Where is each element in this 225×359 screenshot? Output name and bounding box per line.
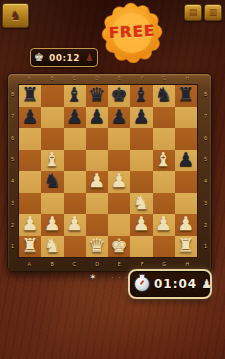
coord-label: H <box>180 77 194 82</box>
coord-label: 4 <box>10 175 16 188</box>
square-f5[interactable] <box>130 150 152 172</box>
coord-label: 1 <box>203 240 209 253</box>
square-e3[interactable] <box>108 193 130 215</box>
piece-white-pawn: ♟ <box>133 214 150 233</box>
square-d8[interactable]: ♛ <box>86 85 108 107</box>
square-f6[interactable] <box>130 128 152 150</box>
knight-logo-icon: ♞ <box>10 9 22 22</box>
square-c1[interactable] <box>64 236 86 258</box>
square-a5[interactable] <box>19 150 41 172</box>
square-d5[interactable] <box>86 150 108 172</box>
square-a3[interactable] <box>19 193 41 215</box>
coord-label: 3 <box>10 197 16 210</box>
app-background: ♞ ▤ ▥ FRE <box>0 0 225 359</box>
coord-label: H <box>180 263 194 268</box>
piece-white-pawn: ♟ <box>44 214 61 233</box>
square-e4[interactable]: ♟ <box>108 171 130 193</box>
square-e8[interactable]: ♚ <box>108 85 130 107</box>
piece-black-pawn: ♟ <box>66 107 83 126</box>
square-h4[interactable] <box>175 171 197 193</box>
square-g7[interactable] <box>153 107 175 129</box>
piece-white-knight: ♞ <box>133 193 150 212</box>
square-a8[interactable]: ♜ <box>19 85 41 107</box>
coord-label: 8 <box>10 88 16 101</box>
coord-label: 4 <box>203 175 209 188</box>
square-g1[interactable] <box>153 236 175 258</box>
square-e6[interactable] <box>108 128 130 150</box>
coord-label: E <box>112 263 126 268</box>
square-a1[interactable]: ♜ <box>19 236 41 258</box>
coord-label: B <box>45 77 59 82</box>
square-d6[interactable] <box>86 128 108 150</box>
player-time-label: 01:04 <box>154 277 197 291</box>
square-d4[interactable]: ♟ <box>86 171 108 193</box>
coord-label: 3 <box>203 197 209 210</box>
piece-black-pawn: ♟ <box>22 107 39 126</box>
coord-label: 8 <box>203 88 209 101</box>
piece-white-knight: ♞ <box>44 236 61 255</box>
coord-label: D <box>90 263 104 268</box>
square-f2[interactable]: ♟ <box>130 214 152 236</box>
square-b8[interactable] <box>41 85 63 107</box>
square-a4[interactable] <box>19 171 41 193</box>
coord-label: C <box>67 263 81 268</box>
square-g3[interactable] <box>153 193 175 215</box>
grid-icon: ▤ <box>189 8 198 17</box>
coord-label: G <box>157 263 171 268</box>
square-c3[interactable] <box>64 193 86 215</box>
square-c2[interactable]: ♟ <box>64 214 86 236</box>
player-timer: 01:04 ♟ <box>128 269 212 299</box>
square-e5[interactable] <box>108 150 130 172</box>
stats-button[interactable]: ▤ <box>184 4 202 21</box>
coord-label: B <box>45 263 59 268</box>
square-g4[interactable] <box>153 171 175 193</box>
coord-label: 2 <box>10 219 16 232</box>
square-b4[interactable]: ♞ <box>41 171 63 193</box>
white-pawn-icon: ♟ <box>201 278 212 290</box>
piece-white-rook: ♜ <box>177 236 194 255</box>
square-h1[interactable]: ♜ <box>175 236 197 258</box>
square-c4[interactable] <box>64 171 86 193</box>
square-h2[interactable]: ♟ <box>175 214 197 236</box>
coord-label: D <box>90 77 104 82</box>
coord-label: F <box>135 263 149 268</box>
piece-white-pawn: ♟ <box>22 214 39 233</box>
coord-label: 5 <box>10 153 16 166</box>
piece-black-king: ♚ <box>111 85 128 104</box>
rank-labels-right: 87654321 <box>201 84 210 258</box>
black-pawn-icon: ♟ <box>85 53 94 63</box>
file-labels-top: ABCDEFGH <box>18 75 198 83</box>
square-f3[interactable]: ♞ <box>130 193 152 215</box>
coord-label: F <box>135 77 149 82</box>
coord-label: A <box>22 77 36 82</box>
coord-label: 7 <box>203 110 209 123</box>
square-d1[interactable]: ♛ <box>86 236 108 258</box>
opponent-timer: ♚ 00:12 ♟ <box>30 48 98 67</box>
piece-white-king: ♚ <box>111 236 128 255</box>
square-d7[interactable]: ♟ <box>86 107 108 129</box>
piece-white-pawn: ♟ <box>177 214 194 233</box>
square-h6[interactable] <box>175 128 197 150</box>
coord-label: 2 <box>203 219 209 232</box>
coord-label: 6 <box>203 132 209 145</box>
coord-label: A <box>22 263 36 268</box>
square-c5[interactable] <box>64 150 86 172</box>
square-b1[interactable]: ♞ <box>41 236 63 258</box>
piece-black-knight: ♞ <box>155 85 172 104</box>
rank-labels-left: 87654321 <box>8 84 17 258</box>
square-b7[interactable] <box>41 107 63 129</box>
piece-black-bishop: ♝ <box>133 85 150 104</box>
piece-white-pawn: ♟ <box>155 214 172 233</box>
square-c7[interactable]: ♟ <box>64 107 86 129</box>
square-d3[interactable] <box>86 193 108 215</box>
square-c6[interactable] <box>64 128 86 150</box>
piece-black-rook: ♜ <box>22 85 39 104</box>
chess-board: ABCDEFGH 87654321 87654321 ♜♝♛♚♝♞♜♟♟♟♟♟♝… <box>7 73 212 272</box>
settings-button[interactable]: ▥ <box>204 4 222 21</box>
square-h8[interactable]: ♜ <box>175 85 197 107</box>
file-labels-bottom: ABCDEFGH <box>18 261 198 269</box>
square-f7[interactable]: ♟ <box>130 107 152 129</box>
piece-black-pawn: ♟ <box>88 107 105 126</box>
piece-black-pawn: ♟ <box>133 107 150 126</box>
sparkle-icon: ✶ <box>89 272 97 282</box>
coord-label: 1 <box>10 240 16 253</box>
square-c8[interactable]: ♝ <box>64 85 86 107</box>
coord-label: G <box>157 77 171 82</box>
piece-white-pawn: ♟ <box>111 171 128 190</box>
square-b2[interactable]: ♟ <box>41 214 63 236</box>
square-g2[interactable]: ♟ <box>153 214 175 236</box>
stopwatch-icon <box>134 276 150 292</box>
square-b3[interactable] <box>41 193 63 215</box>
square-e7[interactable]: ♟ <box>108 107 130 129</box>
square-h7[interactable] <box>175 107 197 129</box>
piece-white-bishop: ♝ <box>155 150 172 169</box>
piece-black-queen: ♛ <box>88 85 105 104</box>
square-d2[interactable] <box>86 214 108 236</box>
board-grid: ♜♝♛♚♝♞♜♟♟♟♟♟♝♝♟♞♟♟♞♟♟♟♟♟♟♜♞♛♚♜ <box>18 84 198 258</box>
coord-label: E <box>112 77 126 82</box>
piece-white-rook: ♜ <box>22 236 39 255</box>
piece-white-bishop: ♝ <box>44 150 61 169</box>
square-g6[interactable] <box>153 128 175 150</box>
square-b5[interactable]: ♝ <box>41 150 63 172</box>
white-king-icon: ♚ <box>34 52 44 63</box>
coord-label: C <box>67 77 81 82</box>
square-b6[interactable] <box>41 128 63 150</box>
coord-label: 6 <box>10 132 16 145</box>
square-h5[interactable]: ♟ <box>175 150 197 172</box>
square-g5[interactable]: ♝ <box>153 150 175 172</box>
piece-black-pawn: ♟ <box>177 150 194 169</box>
piece-white-queen: ♛ <box>88 236 105 255</box>
square-f1[interactable] <box>130 236 152 258</box>
piece-white-pawn: ♟ <box>88 171 105 190</box>
opponent-time-label: 00:12 <box>47 53 82 63</box>
piece-black-pawn: ♟ <box>111 107 128 126</box>
square-a2[interactable]: ♟ <box>19 214 41 236</box>
square-f4[interactable] <box>130 171 152 193</box>
piece-white-pawn: ♟ <box>66 214 83 233</box>
square-g8[interactable]: ♞ <box>153 85 175 107</box>
piece-black-bishop: ♝ <box>66 85 83 104</box>
square-e1[interactable]: ♚ <box>108 236 130 258</box>
free-badge[interactable]: FREE <box>92 0 171 65</box>
lines-icon: ▥ <box>209 8 218 17</box>
home-button[interactable]: ♞ <box>2 3 29 28</box>
square-a6[interactable] <box>19 128 41 150</box>
coord-label: 5 <box>203 153 209 166</box>
square-f8[interactable]: ♝ <box>130 85 152 107</box>
coord-label: 7 <box>10 110 16 123</box>
piece-black-rook: ♜ <box>177 85 194 104</box>
square-e2[interactable] <box>108 214 130 236</box>
square-a7[interactable]: ♟ <box>19 107 41 129</box>
square-h3[interactable] <box>175 193 197 215</box>
piece-black-knight: ♞ <box>44 171 61 190</box>
